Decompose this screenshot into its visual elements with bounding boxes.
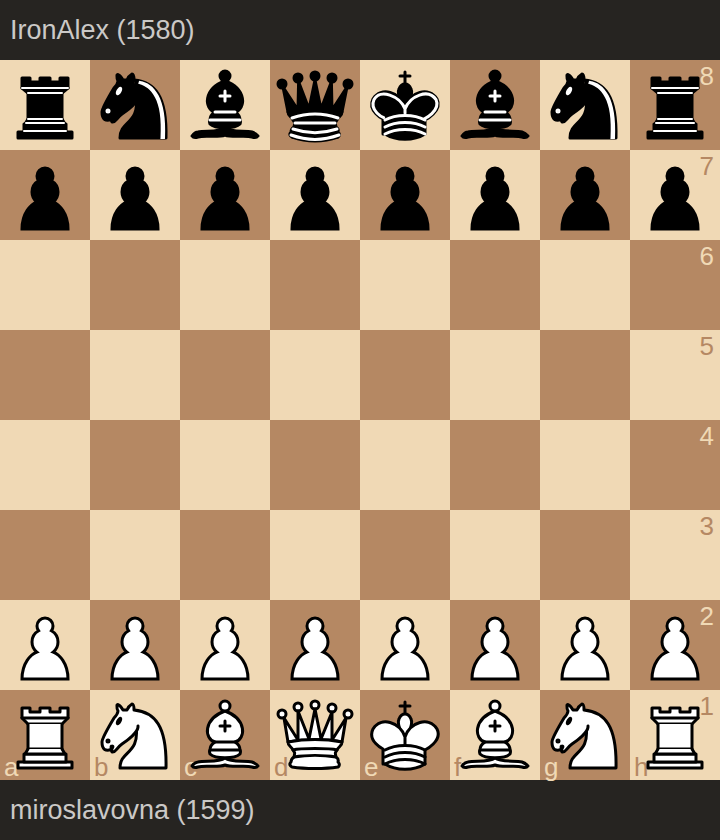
- square-a7[interactable]: [0, 150, 90, 240]
- player-bar-bottom: miroslavovna (1599): [0, 780, 720, 840]
- piece-black-queen[interactable]: [270, 60, 360, 150]
- black-pawn-icon: [450, 150, 540, 240]
- square-d5[interactable]: [270, 330, 360, 420]
- square-b8[interactable]: [90, 60, 180, 150]
- black-pawn-icon: [90, 150, 180, 240]
- piece-black-pawn[interactable]: [90, 150, 180, 240]
- white-pawn-icon: [630, 600, 720, 690]
- piece-white-pawn[interactable]: [90, 600, 180, 690]
- square-h3[interactable]: 3: [630, 510, 720, 600]
- square-d8[interactable]: [270, 60, 360, 150]
- black-pawn-icon: [180, 150, 270, 240]
- player-bar-top: IronAlex (1580): [0, 0, 720, 60]
- piece-white-pawn[interactable]: [270, 600, 360, 690]
- piece-white-queen[interactable]: [270, 690, 360, 780]
- piece-black-pawn[interactable]: [360, 150, 450, 240]
- square-c2[interactable]: [180, 600, 270, 690]
- white-pawn-icon: [270, 600, 360, 690]
- piece-white-pawn[interactable]: [630, 600, 720, 690]
- piece-black-bishop[interactable]: [180, 60, 270, 150]
- black-pawn-icon: [630, 150, 720, 240]
- square-c6[interactable]: [180, 240, 270, 330]
- piece-white-rook[interactable]: [0, 690, 90, 780]
- black-knight-icon: [540, 60, 630, 150]
- coordinate-rank-3: 3: [700, 513, 714, 539]
- square-b3[interactable]: [90, 510, 180, 600]
- black-bishop-icon: [180, 60, 270, 150]
- black-knight-icon: [90, 60, 180, 150]
- piece-black-king[interactable]: [360, 60, 450, 150]
- square-h2[interactable]: 2: [630, 600, 720, 690]
- piece-white-pawn[interactable]: [450, 600, 540, 690]
- black-bishop-icon: [450, 60, 540, 150]
- piece-black-knight[interactable]: [540, 60, 630, 150]
- square-d3[interactable]: [270, 510, 360, 600]
- square-a3[interactable]: [0, 510, 90, 600]
- square-a5[interactable]: [0, 330, 90, 420]
- piece-white-king[interactable]: [360, 690, 450, 780]
- square-f8[interactable]: [450, 60, 540, 150]
- square-h5[interactable]: 5: [630, 330, 720, 420]
- white-pawn-icon: [180, 600, 270, 690]
- piece-black-pawn[interactable]: [270, 150, 360, 240]
- piece-black-pawn[interactable]: [450, 150, 540, 240]
- white-rook-icon: [0, 690, 90, 780]
- white-pawn-icon: [450, 600, 540, 690]
- square-c1[interactable]: c: [180, 690, 270, 780]
- square-e3[interactable]: [360, 510, 450, 600]
- square-b2[interactable]: [90, 600, 180, 690]
- square-e7[interactable]: [360, 150, 450, 240]
- square-e5[interactable]: [360, 330, 450, 420]
- white-pawn-icon: [90, 600, 180, 690]
- piece-white-pawn[interactable]: [0, 600, 90, 690]
- piece-black-knight[interactable]: [90, 60, 180, 150]
- square-g7[interactable]: [540, 150, 630, 240]
- white-bishop-icon: [180, 690, 270, 780]
- square-d2[interactable]: [270, 600, 360, 690]
- square-b7[interactable]: [90, 150, 180, 240]
- black-pawn-icon: [270, 150, 360, 240]
- square-e4[interactable]: [360, 420, 450, 510]
- black-king-icon: [360, 60, 450, 150]
- piece-black-pawn[interactable]: [0, 150, 90, 240]
- square-c4[interactable]: [180, 420, 270, 510]
- square-g3[interactable]: [540, 510, 630, 600]
- square-c5[interactable]: [180, 330, 270, 420]
- square-c7[interactable]: [180, 150, 270, 240]
- square-g4[interactable]: [540, 420, 630, 510]
- black-pawn-icon: [0, 150, 90, 240]
- square-e2[interactable]: [360, 600, 450, 690]
- white-king-icon: [360, 690, 450, 780]
- coordinate-rank-4: 4: [700, 423, 714, 449]
- square-e1[interactable]: e: [360, 690, 450, 780]
- square-a4[interactable]: [0, 420, 90, 510]
- square-a2[interactable]: [0, 600, 90, 690]
- square-f7[interactable]: [450, 150, 540, 240]
- square-g1[interactable]: g: [540, 690, 630, 780]
- black-rook-icon: [630, 60, 720, 150]
- square-b5[interactable]: [90, 330, 180, 420]
- square-b4[interactable]: [90, 420, 180, 510]
- square-c3[interactable]: [180, 510, 270, 600]
- square-h8[interactable]: 8: [630, 60, 720, 150]
- chess-board: 8 765432a b c d e f: [0, 60, 720, 780]
- piece-black-rook[interactable]: [630, 60, 720, 150]
- white-rook-icon: [630, 690, 720, 780]
- coordinate-rank-5: 5: [700, 333, 714, 359]
- square-d4[interactable]: [270, 420, 360, 510]
- player-name-top: IronAlex (1580): [10, 17, 195, 44]
- square-e8[interactable]: [360, 60, 450, 150]
- square-f1[interactable]: f: [450, 690, 540, 780]
- piece-black-pawn[interactable]: [180, 150, 270, 240]
- square-f2[interactable]: [450, 600, 540, 690]
- piece-white-pawn[interactable]: [540, 600, 630, 690]
- black-queen-icon: [270, 60, 360, 150]
- square-d6[interactable]: [270, 240, 360, 330]
- piece-white-rook[interactable]: [630, 690, 720, 780]
- piece-black-pawn[interactable]: [630, 150, 720, 240]
- square-c8[interactable]: [180, 60, 270, 150]
- square-h6[interactable]: 6: [630, 240, 720, 330]
- square-e6[interactable]: [360, 240, 450, 330]
- white-bishop-icon: [450, 690, 540, 780]
- piece-black-bishop[interactable]: [450, 60, 540, 150]
- square-f6[interactable]: [450, 240, 540, 330]
- square-h1[interactable]: 1h: [630, 690, 720, 780]
- square-g5[interactable]: [540, 330, 630, 420]
- square-f4[interactable]: [450, 420, 540, 510]
- white-knight-icon: [90, 690, 180, 780]
- white-pawn-icon: [0, 600, 90, 690]
- square-h7[interactable]: 7: [630, 150, 720, 240]
- piece-white-pawn[interactable]: [360, 600, 450, 690]
- coordinate-rank-6: 6: [700, 243, 714, 269]
- square-b6[interactable]: [90, 240, 180, 330]
- square-g6[interactable]: [540, 240, 630, 330]
- square-a1[interactable]: a: [0, 690, 90, 780]
- square-d7[interactable]: [270, 150, 360, 240]
- square-h4[interactable]: 4: [630, 420, 720, 510]
- square-g8[interactable]: [540, 60, 630, 150]
- player-name-bottom: miroslavovna (1599): [10, 797, 255, 824]
- square-f5[interactable]: [450, 330, 540, 420]
- white-pawn-icon: [360, 600, 450, 690]
- white-pawn-icon: [540, 600, 630, 690]
- square-g2[interactable]: [540, 600, 630, 690]
- square-a6[interactable]: [0, 240, 90, 330]
- piece-white-pawn[interactable]: [180, 600, 270, 690]
- black-rook-icon: [0, 60, 90, 150]
- piece-white-bishop[interactable]: [450, 690, 540, 780]
- white-queen-icon: [270, 690, 360, 780]
- black-pawn-icon: [540, 150, 630, 240]
- square-b1[interactable]: b: [90, 690, 180, 780]
- piece-white-knight[interactable]: [540, 690, 630, 780]
- piece-white-bishop[interactable]: [180, 690, 270, 780]
- square-f3[interactable]: [450, 510, 540, 600]
- white-knight-icon: [540, 690, 630, 780]
- piece-black-pawn[interactable]: [540, 150, 630, 240]
- square-a8[interactable]: [0, 60, 90, 150]
- black-pawn-icon: [360, 150, 450, 240]
- piece-black-rook[interactable]: [0, 60, 90, 150]
- piece-white-knight[interactable]: [90, 690, 180, 780]
- square-d1[interactable]: d: [270, 690, 360, 780]
